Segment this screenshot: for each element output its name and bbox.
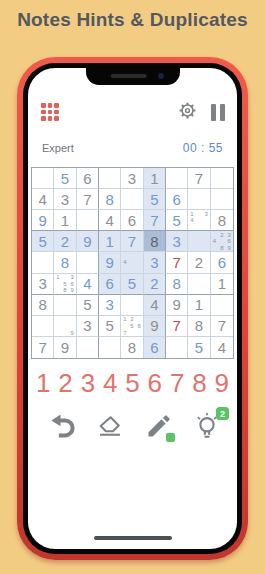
cell-r1c4[interactable] [99,168,121,189]
cell-r9c3[interactable] [77,337,99,358]
cell-r8c2[interactable]: 9 [54,316,76,337]
cell-r8c1[interactable] [32,316,54,337]
cell-r3c3[interactable] [77,210,99,231]
cell-r4c6[interactable]: 8 [144,231,166,252]
cell-r4c3[interactable]: 9 [77,231,99,252]
cell-r7c4[interactable]: 3 [99,295,121,316]
cell-r4c5[interactable]: 7 [121,231,143,252]
cell-r2c2[interactable]: 3 [54,189,76,210]
pencil-notes: 134 [188,210,209,230]
cell-r8c5[interactable]: 12567 [121,316,143,337]
cell-r9c4[interactable] [99,337,121,358]
cell-r9c1[interactable]: 7 [32,337,54,358]
cell-r1c5[interactable]: 3 [121,168,143,189]
front-camera [158,73,164,79]
cell-r9c9[interactable]: 4 [211,337,233,358]
cell-r6c6[interactable]: 2 [144,274,166,295]
cell-r6c3[interactable]: 4 [77,274,99,295]
cell-r5c2[interactable]: 8 [54,252,76,273]
cell-r4c2[interactable]: 2 [54,231,76,252]
phone-frame: Expert 00 : 55 5631743785691467513485291… [17,57,248,560]
cell-r2c6[interactable]: 5 [144,189,166,210]
info-row: Expert 00 : 55 [42,141,223,155]
cell-r4c8[interactable] [188,231,210,252]
cell-r1c1[interactable] [32,168,54,189]
undo-button[interactable] [47,413,77,443]
cell-r2c3[interactable]: 7 [77,189,99,210]
cell-r3c6[interactable]: 7 [144,210,166,231]
numpad-digit-1[interactable]: 1 [36,368,50,399]
cell-r3c1[interactable]: 9 [32,210,54,231]
cell-r6c4[interactable]: 6 [99,274,121,295]
phone-bezel: Expert 00 : 55 5631743785691467513485291… [23,63,242,554]
cell-r1c8[interactable]: 7 [188,168,210,189]
cell-r2c7[interactable]: 6 [166,189,188,210]
cell-r7c7[interactable]: 9 [166,295,188,316]
pencil-notes: 4 [121,252,142,272]
numpad-digit-3[interactable]: 3 [81,368,95,399]
cell-r6c8[interactable] [188,274,210,295]
cell-r3c8[interactable]: 134 [188,210,210,231]
cell-r5c7[interactable]: 7 [166,252,188,273]
cell-r4c9[interactable]: 234689 [211,231,233,252]
pause-icon[interactable] [211,104,225,121]
cell-r7c8[interactable]: 1 [188,295,210,316]
cell-r2c5[interactable] [121,189,143,210]
cell-r7c1[interactable]: 8 [32,295,54,316]
sudoku-board: 5631743785691467513485291783234689894372… [31,167,234,359]
cell-r1c7[interactable] [166,168,188,189]
notes-mode-indicator [166,433,175,442]
cell-r7c2[interactable] [54,295,76,316]
undo-icon [47,411,77,445]
cell-r3c7[interactable]: 5 [166,210,188,231]
cell-r5c8[interactable]: 2 [188,252,210,273]
cell-r2c4[interactable]: 8 [99,189,121,210]
cell-r2c1[interactable]: 4 [32,189,54,210]
numpad-digit-2[interactable]: 2 [58,368,72,399]
eraser-button[interactable] [95,413,125,443]
cell-r3c4[interactable]: 4 [99,210,121,231]
cell-r1c3[interactable]: 6 [77,168,99,189]
numpad-digit-5[interactable]: 5 [125,368,139,399]
cell-r8c8[interactable]: 8 [188,316,210,337]
cell-r3c5[interactable]: 6 [121,210,143,231]
pencil-notes-button[interactable] [144,413,174,443]
home-indicator [94,536,172,541]
cell-r4c4[interactable]: 1 [99,231,121,252]
cell-r9c2[interactable]: 9 [54,337,76,358]
cell-r7c5[interactable] [121,295,143,316]
cell-r2c9[interactable] [211,189,233,210]
cell-r3c2[interactable]: 1 [54,210,76,231]
cell-r1c2[interactable]: 5 [54,168,76,189]
cell-r9c5[interactable]: 8 [121,337,143,358]
timer: 00 : 55 [183,141,223,155]
cell-r2c8[interactable] [188,189,210,210]
numpad-digit-7[interactable]: 7 [170,368,184,399]
numpad-digit-4[interactable]: 4 [103,368,117,399]
cell-r6c9[interactable]: 1 [211,274,233,295]
numpad-digit-6[interactable]: 6 [148,368,162,399]
cell-r9c7[interactable] [166,337,188,358]
pencil-notes: 234689 [211,231,233,251]
speaker-slot [110,74,146,78]
number-pad: 123456789 [36,368,229,399]
difficulty-label: Expert [42,142,74,154]
cell-r4c1[interactable]: 5 [32,231,54,252]
numpad-digit-9[interactable]: 9 [215,368,229,399]
cell-r5c3[interactable] [77,252,99,273]
cell-r6c2[interactable]: 135689 [54,274,76,295]
page-title: Notes Hints & Duplicates [0,9,265,31]
pencil-notes: 12567 [121,316,142,336]
cell-r8c7[interactable]: 7 [166,316,188,337]
hint-count-badge: 2 [216,407,229,420]
cell-r5c1[interactable] [32,252,54,273]
cell-r4c7[interactable]: 3 [166,231,188,252]
eraser-icon [96,412,124,444]
cell-r8c3[interactable]: 3 [77,316,99,337]
cell-r8c6[interactable]: 9 [144,316,166,337]
pencil-notes: 9 [54,316,75,336]
top-right-actions [177,100,225,125]
cell-r6c5[interactable]: 5 [121,274,143,295]
toolbar: 2 [47,411,222,445]
menu-grid-icon[interactable] [41,103,59,121]
phone-notch [86,68,180,85]
cell-r6c1[interactable]: 3 [32,274,54,295]
cell-r9c6[interactable]: 6 [144,337,166,358]
hint-button[interactable]: 2 [192,413,222,443]
cell-r7c9[interactable] [211,295,233,316]
cell-r5c9[interactable]: 6 [211,252,233,273]
cell-r7c6[interactable]: 4 [144,295,166,316]
cell-r3c9[interactable]: 8 [211,210,233,231]
pencil-notes: 135689 [54,274,75,294]
app-screen: Expert 00 : 55 5631743785691467513485291… [28,68,237,549]
numpad-digit-8[interactable]: 8 [192,368,206,399]
cell-r1c9[interactable] [211,168,233,189]
cell-r9c8[interactable]: 5 [188,337,210,358]
cell-r8c4[interactable]: 5 [99,316,121,337]
cell-r7c3[interactable]: 5 [77,295,99,316]
cell-r6c7[interactable]: 8 [166,274,188,295]
settings-gear-icon[interactable] [177,100,198,125]
cell-r5c5[interactable]: 4 [121,252,143,273]
top-bar [41,101,225,123]
cell-r5c4[interactable]: 9 [99,252,121,273]
cell-r1c6[interactable]: 1 [144,168,166,189]
cell-r8c9[interactable]: 7 [211,316,233,337]
cell-r5c6[interactable]: 3 [144,252,166,273]
